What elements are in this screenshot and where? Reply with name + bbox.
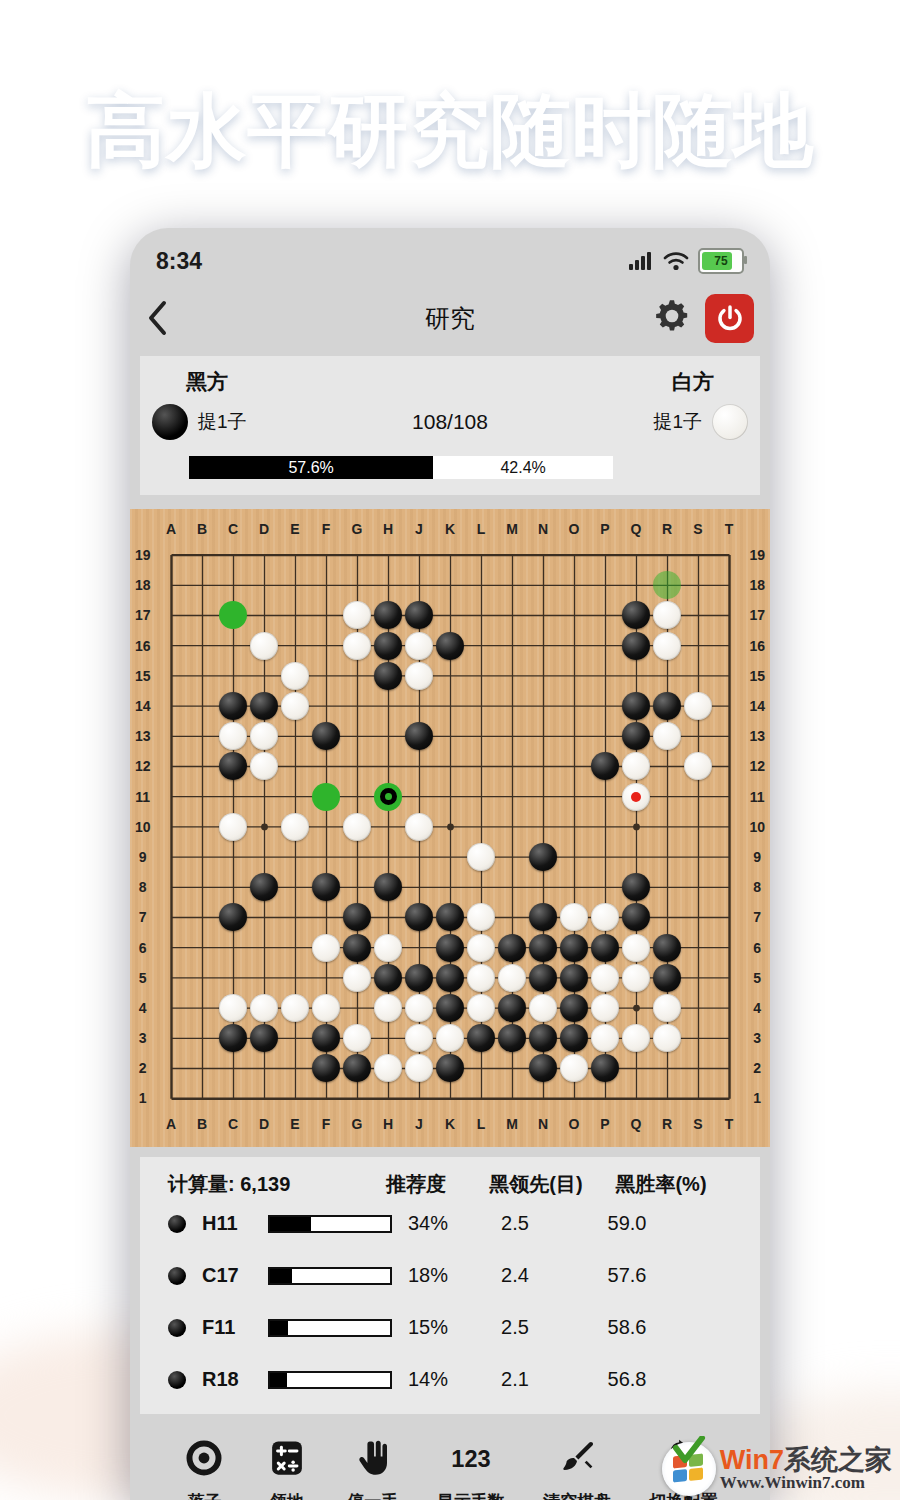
row-label: 11 bbox=[745, 782, 771, 812]
white-stone-R13[interactable] bbox=[653, 722, 681, 750]
column-label: O bbox=[559, 519, 590, 540]
black-stone-C12[interactable] bbox=[219, 752, 247, 780]
check-icon bbox=[672, 1436, 706, 1466]
black-stone-M4[interactable] bbox=[498, 994, 526, 1022]
black-stone-H5[interactable] bbox=[374, 964, 402, 992]
brush-icon bbox=[555, 1436, 599, 1480]
move-counter: 108/108 bbox=[257, 410, 644, 434]
tool-place[interactable]: 落子 bbox=[182, 1436, 226, 1500]
winrate-bar: 57.6% 42.4% bbox=[189, 456, 613, 479]
black-stone-F2[interactable] bbox=[312, 1054, 340, 1082]
black-stone-G6[interactable] bbox=[343, 934, 371, 962]
go-board[interactable]: ABCDEFGHJKLMNOPQRST 19181716151413121110… bbox=[130, 509, 770, 1147]
black-stone-G2[interactable] bbox=[343, 1054, 371, 1082]
white-stone-D13[interactable] bbox=[250, 722, 278, 750]
white-stone-S12[interactable] bbox=[684, 752, 712, 780]
white-stone-C4[interactable] bbox=[219, 994, 247, 1022]
white-stone-Q5[interactable] bbox=[622, 964, 650, 992]
black-lead: 2.4 bbox=[456, 1264, 574, 1287]
calculator-icon bbox=[265, 1436, 309, 1480]
column-label: G bbox=[342, 1114, 373, 1135]
candidate-move: R18 bbox=[202, 1368, 268, 1391]
white-stone-J2[interactable] bbox=[405, 1054, 433, 1082]
row-label: 13 bbox=[130, 721, 156, 751]
black-stone-Q13[interactable] bbox=[622, 722, 650, 750]
column-labels-top: ABCDEFGHJKLMNOPQRST bbox=[156, 519, 745, 540]
wifi-icon bbox=[663, 251, 689, 271]
signal-icon bbox=[628, 251, 654, 271]
row-label: 12 bbox=[745, 751, 771, 781]
column-label: L bbox=[466, 1114, 497, 1135]
recommend-bar bbox=[268, 1319, 392, 1337]
white-stone-S14[interactable] bbox=[684, 692, 712, 720]
column-label: E bbox=[280, 1114, 311, 1135]
row-label: 19 bbox=[130, 540, 156, 570]
black-stone-J13[interactable] bbox=[405, 722, 433, 750]
white-stone-H6[interactable] bbox=[374, 934, 402, 962]
col-header-lead: 黑领先(目) bbox=[476, 1171, 596, 1198]
white-stone-G17[interactable] bbox=[343, 601, 371, 629]
black-stone-P6[interactable] bbox=[591, 934, 619, 962]
watermark-brand-suffix: 系统之家 bbox=[784, 1445, 892, 1475]
black-stone-Q8[interactable] bbox=[622, 873, 650, 901]
black-stone-G7[interactable] bbox=[343, 903, 371, 931]
black-stone-F13[interactable] bbox=[312, 722, 340, 750]
recommend-bar bbox=[268, 1215, 392, 1233]
123-icon: 123 bbox=[449, 1436, 493, 1480]
column-label: Q bbox=[621, 1114, 652, 1135]
black-winrate: 56.8 bbox=[574, 1368, 680, 1391]
black-stone-K2[interactable] bbox=[436, 1054, 464, 1082]
row-label: 5 bbox=[130, 963, 156, 993]
column-label: J bbox=[404, 519, 435, 540]
black-stone-R5[interactable] bbox=[653, 964, 681, 992]
black-stone-O5[interactable] bbox=[560, 964, 588, 992]
row-labels-left: 19181716151413121110987654321 bbox=[130, 540, 156, 1114]
black-lead: 2.1 bbox=[456, 1368, 574, 1391]
black-stone-M6[interactable] bbox=[498, 934, 526, 962]
black-lead: 2.5 bbox=[456, 1316, 574, 1339]
white-stone-M5[interactable] bbox=[498, 964, 526, 992]
white-stone-P7[interactable] bbox=[591, 903, 619, 931]
black-stone-C14[interactable] bbox=[219, 692, 247, 720]
black-stone-icon bbox=[168, 1371, 186, 1389]
black-stone-N2[interactable] bbox=[529, 1054, 557, 1082]
black-winrate: 58.6 bbox=[574, 1316, 680, 1339]
column-label: S bbox=[683, 1114, 714, 1135]
white-stone-J3[interactable] bbox=[405, 1024, 433, 1052]
black-stone-O4[interactable] bbox=[560, 994, 588, 1022]
column-label: N bbox=[528, 519, 559, 540]
row-label: 15 bbox=[745, 661, 771, 691]
black-winrate: 59.0 bbox=[574, 1212, 680, 1235]
visits-label: 计算量: bbox=[168, 1173, 235, 1195]
black-winrate: 57.6 bbox=[574, 1264, 680, 1287]
black-stone-icon bbox=[168, 1267, 186, 1285]
column-label: C bbox=[218, 519, 249, 540]
column-label: L bbox=[466, 519, 497, 540]
row-label: 19 bbox=[745, 540, 771, 570]
black-stone-O6[interactable] bbox=[560, 934, 588, 962]
white-stone-L6[interactable] bbox=[467, 934, 495, 962]
row-label: 8 bbox=[130, 872, 156, 902]
tool-label: 清空棋盘 bbox=[543, 1490, 611, 1500]
row-label: 18 bbox=[745, 570, 771, 600]
black-stone-H17[interactable] bbox=[374, 601, 402, 629]
black-stone-J17[interactable] bbox=[405, 601, 433, 629]
row-label: 4 bbox=[745, 993, 771, 1023]
row-label: 13 bbox=[745, 721, 771, 751]
row-label: 9 bbox=[130, 842, 156, 872]
row-label: 10 bbox=[130, 812, 156, 842]
column-label: R bbox=[652, 519, 683, 540]
player-panel: 黑方 白方 提1子 108/108 提1子 57.6% 42.4% bbox=[140, 356, 760, 495]
column-label: F bbox=[311, 519, 342, 540]
white-stone-R16[interactable] bbox=[653, 632, 681, 660]
black-stone-H15[interactable] bbox=[374, 662, 402, 690]
column-label: F bbox=[311, 1114, 342, 1135]
white-stone-E14[interactable] bbox=[281, 692, 309, 720]
white-stone-Q3[interactable] bbox=[622, 1024, 650, 1052]
row-label: 2 bbox=[745, 1053, 771, 1083]
column-label: A bbox=[156, 1114, 187, 1135]
analysis-row-R18[interactable]: R1814%2.156.8 bbox=[140, 1354, 760, 1406]
board-stones-layer[interactable] bbox=[156, 540, 745, 1114]
suggestion-stone-top-H11[interactable] bbox=[374, 783, 402, 811]
black-stone-J7[interactable] bbox=[405, 903, 433, 931]
white-stone-E10[interactable] bbox=[281, 813, 309, 841]
white-stone-J4[interactable] bbox=[405, 994, 433, 1022]
row-label: 7 bbox=[745, 902, 771, 932]
black-stone-icon bbox=[168, 1319, 186, 1337]
row-labels-right: 19181716151413121110987654321 bbox=[745, 540, 771, 1114]
column-label: K bbox=[435, 519, 466, 540]
row-label: 7 bbox=[130, 902, 156, 932]
black-stone-O3[interactable] bbox=[560, 1024, 588, 1052]
row-label: 17 bbox=[745, 600, 771, 630]
black-stone-C7[interactable] bbox=[219, 903, 247, 931]
watermark: Win7系统之家 Www.Winwin7.com bbox=[662, 1442, 892, 1496]
column-label: D bbox=[249, 519, 280, 540]
tool-territory[interactable]: 领地 bbox=[265, 1436, 309, 1500]
row-label: 16 bbox=[130, 631, 156, 661]
black-stone-F8[interactable] bbox=[312, 873, 340, 901]
row-label: 8 bbox=[745, 872, 771, 902]
white-stone-D16[interactable] bbox=[250, 632, 278, 660]
status-bar: 8:34 75 bbox=[130, 228, 770, 284]
white-stone-R4[interactable] bbox=[653, 994, 681, 1022]
row-label: 14 bbox=[745, 691, 771, 721]
black-stone-Q16[interactable] bbox=[622, 632, 650, 660]
column-label: E bbox=[280, 519, 311, 540]
column-labels-bottom: ABCDEFGHJKLMNOPQRST bbox=[156, 1114, 745, 1135]
column-label: G bbox=[342, 519, 373, 540]
tool-numbers[interactable]: 123显示手数 bbox=[437, 1436, 505, 1500]
white-stone-L4[interactable] bbox=[467, 994, 495, 1022]
black-stone-D3[interactable] bbox=[250, 1024, 278, 1052]
column-label: M bbox=[497, 1114, 528, 1135]
candidate-move: H11 bbox=[202, 1212, 268, 1235]
black-stone-K4[interactable] bbox=[436, 994, 464, 1022]
tool-pass[interactable]: 停一手 bbox=[347, 1436, 398, 1500]
black-player-label: 黑方 bbox=[186, 368, 228, 396]
black-stone-Q17[interactable] bbox=[622, 601, 650, 629]
white-stone-E15[interactable] bbox=[281, 662, 309, 690]
white-stone-D12[interactable] bbox=[250, 752, 278, 780]
white-stone-P5[interactable] bbox=[591, 964, 619, 992]
white-stone-last-move-Q11[interactable] bbox=[622, 783, 650, 811]
white-stone-C10[interactable] bbox=[219, 813, 247, 841]
column-label: B bbox=[187, 519, 218, 540]
white-stone-J15[interactable] bbox=[405, 662, 433, 690]
analysis-row-H11[interactable]: H1134%2.559.0 bbox=[140, 1198, 760, 1250]
black-stone-P2[interactable] bbox=[591, 1054, 619, 1082]
white-stone-P3[interactable] bbox=[591, 1024, 619, 1052]
row-label: 1 bbox=[130, 1083, 156, 1113]
row-label: 3 bbox=[745, 1023, 771, 1053]
headline: 高水平研究随时随地 bbox=[0, 78, 900, 186]
column-label: N bbox=[528, 1114, 559, 1135]
recommend-bar bbox=[268, 1371, 392, 1389]
column-label: C bbox=[218, 1114, 249, 1135]
black-stone-N5[interactable] bbox=[529, 964, 557, 992]
white-stone-L7[interactable] bbox=[467, 903, 495, 931]
black-stone-N9[interactable] bbox=[529, 843, 557, 871]
column-label: T bbox=[714, 1114, 745, 1135]
black-stone-J5[interactable] bbox=[405, 964, 433, 992]
black-stone-M3[interactable] bbox=[498, 1024, 526, 1052]
white-captures: 提1子 bbox=[653, 409, 702, 435]
black-stone-Q14[interactable] bbox=[622, 692, 650, 720]
white-stone-G10[interactable] bbox=[343, 813, 371, 841]
row-label: 12 bbox=[130, 751, 156, 781]
tool-clear[interactable]: 清空棋盘 bbox=[543, 1436, 611, 1500]
suggestion-stone-C17[interactable] bbox=[219, 601, 247, 629]
row-label: 3 bbox=[130, 1023, 156, 1053]
col-header-recommend: 推荐度 bbox=[356, 1171, 476, 1198]
white-stone-H2[interactable] bbox=[374, 1054, 402, 1082]
white-stone-O2[interactable] bbox=[560, 1054, 588, 1082]
row-label: 5 bbox=[745, 963, 771, 993]
column-label: H bbox=[373, 1114, 404, 1135]
column-label: A bbox=[156, 519, 187, 540]
column-label: P bbox=[590, 1114, 621, 1135]
col-header-winrate: 黑胜率(%) bbox=[596, 1171, 726, 1198]
black-lead: 2.5 bbox=[456, 1212, 574, 1235]
black-stone-K5[interactable] bbox=[436, 964, 464, 992]
row-label: 15 bbox=[130, 661, 156, 691]
white-stone-chip bbox=[712, 404, 748, 440]
column-label: O bbox=[559, 1114, 590, 1135]
page-title: 研究 bbox=[130, 302, 770, 335]
column-label: H bbox=[373, 519, 404, 540]
white-stone-J16[interactable] bbox=[405, 632, 433, 660]
row-label: 10 bbox=[745, 812, 771, 842]
row-label: 2 bbox=[130, 1053, 156, 1083]
white-stone-Q6[interactable] bbox=[622, 934, 650, 962]
column-label: Q bbox=[621, 519, 652, 540]
white-stone-J10[interactable] bbox=[405, 813, 433, 841]
column-label: S bbox=[683, 519, 714, 540]
black-stone-R14[interactable] bbox=[653, 692, 681, 720]
black-winrate-segment: 57.6% bbox=[189, 456, 433, 479]
row-label: 1 bbox=[745, 1083, 771, 1113]
white-stone-L9[interactable] bbox=[467, 843, 495, 871]
analysis-row-C17[interactable]: C1718%2.457.6 bbox=[140, 1250, 760, 1302]
nav-bar: 研究 bbox=[130, 284, 770, 348]
column-label: P bbox=[590, 519, 621, 540]
tool-label: 领地 bbox=[270, 1490, 304, 1500]
white-winrate-segment: 42.4% bbox=[433, 456, 613, 479]
white-stone-Q12[interactable] bbox=[622, 752, 650, 780]
white-stone-P4[interactable] bbox=[591, 994, 619, 1022]
svg-text:123: 123 bbox=[451, 1445, 490, 1471]
black-stone-Q7[interactable] bbox=[622, 903, 650, 931]
black-stone-N6[interactable] bbox=[529, 934, 557, 962]
target-icon bbox=[182, 1436, 226, 1480]
black-stone-chip bbox=[152, 404, 188, 440]
tool-label: 显示手数 bbox=[437, 1490, 505, 1500]
tool-label: 落子 bbox=[187, 1490, 221, 1500]
white-player-label: 白方 bbox=[672, 368, 714, 396]
row-label: 14 bbox=[130, 691, 156, 721]
row-label: 16 bbox=[745, 631, 771, 661]
column-label: M bbox=[497, 519, 528, 540]
hand-icon bbox=[351, 1436, 395, 1480]
black-stone-F3[interactable] bbox=[312, 1024, 340, 1052]
row-label: 17 bbox=[130, 600, 156, 630]
battery-icon: 75 bbox=[698, 248, 744, 274]
white-stone-F6[interactable] bbox=[312, 934, 340, 962]
white-stone-R3[interactable] bbox=[653, 1024, 681, 1052]
black-stone-K7[interactable] bbox=[436, 903, 464, 931]
white-stone-K3[interactable] bbox=[436, 1024, 464, 1052]
clock: 8:34 bbox=[156, 248, 202, 275]
black-stone-C3[interactable] bbox=[219, 1024, 247, 1052]
row-label: 6 bbox=[745, 932, 771, 962]
suggestion-stone-faint-R18[interactable] bbox=[653, 571, 681, 599]
recommend-percent: 34% bbox=[400, 1212, 456, 1235]
black-stone-K6[interactable] bbox=[436, 934, 464, 962]
column-label: R bbox=[652, 1114, 683, 1135]
row-label: 6 bbox=[130, 932, 156, 962]
white-stone-F4[interactable] bbox=[312, 994, 340, 1022]
column-label: B bbox=[187, 1114, 218, 1135]
white-stone-N4[interactable] bbox=[529, 994, 557, 1022]
recommend-bar bbox=[268, 1267, 392, 1285]
white-stone-R17[interactable] bbox=[653, 601, 681, 629]
watermark-brand: Win7 bbox=[720, 1445, 784, 1475]
white-stone-G5[interactable] bbox=[343, 964, 371, 992]
black-stone-R6[interactable] bbox=[653, 934, 681, 962]
white-stone-D4[interactable] bbox=[250, 994, 278, 1022]
white-stone-G3[interactable] bbox=[343, 1024, 371, 1052]
column-label: D bbox=[249, 1114, 280, 1135]
column-label: K bbox=[435, 1114, 466, 1135]
battery-percent: 75 bbox=[714, 254, 727, 268]
white-stone-O7[interactable] bbox=[560, 903, 588, 931]
white-stone-H4[interactable] bbox=[374, 994, 402, 1022]
row-label: 4 bbox=[130, 993, 156, 1023]
candidate-move: F11 bbox=[202, 1316, 268, 1339]
black-captures: 提1子 bbox=[198, 409, 247, 435]
candidate-move: C17 bbox=[202, 1264, 268, 1287]
recommend-percent: 14% bbox=[400, 1368, 456, 1391]
black-stone-N7[interactable] bbox=[529, 903, 557, 931]
analysis-panel: 计算量: 6,139 推荐度 黑领先(目) 黑胜率(%) H1134%2.559… bbox=[140, 1157, 760, 1414]
row-label: 11 bbox=[130, 782, 156, 812]
recommend-percent: 18% bbox=[400, 1264, 456, 1287]
black-stone-K16[interactable] bbox=[436, 632, 464, 660]
row-label: 9 bbox=[745, 842, 771, 872]
column-label: J bbox=[404, 1114, 435, 1135]
white-stone-G16[interactable] bbox=[343, 632, 371, 660]
black-stone-H16[interactable] bbox=[374, 632, 402, 660]
black-stone-D8[interactable] bbox=[250, 873, 278, 901]
tool-label: 停一手 bbox=[347, 1490, 398, 1500]
phone-screenshot: 8:34 75 研究 黑方 白方 bbox=[130, 228, 770, 1500]
black-stone-D14[interactable] bbox=[250, 692, 278, 720]
white-stone-E4[interactable] bbox=[281, 994, 309, 1022]
row-label: 18 bbox=[130, 570, 156, 600]
white-stone-C13[interactable] bbox=[219, 722, 247, 750]
black-stone-P12[interactable] bbox=[591, 752, 619, 780]
column-label: T bbox=[714, 519, 745, 540]
win7-logo-icon bbox=[662, 1442, 716, 1496]
suggestion-stone-F11[interactable] bbox=[312, 783, 340, 811]
recommend-percent: 15% bbox=[400, 1316, 456, 1339]
watermark-url: Www.Winwin7.com bbox=[720, 1474, 892, 1492]
analysis-row-F11[interactable]: F1115%2.558.6 bbox=[140, 1302, 760, 1354]
visits-value: 6,139 bbox=[240, 1173, 290, 1195]
white-stone-L5[interactable] bbox=[467, 964, 495, 992]
black-stone-N3[interactable] bbox=[529, 1024, 557, 1052]
black-stone-icon bbox=[168, 1215, 186, 1233]
black-stone-H8[interactable] bbox=[374, 873, 402, 901]
black-stone-L3[interactable] bbox=[467, 1024, 495, 1052]
